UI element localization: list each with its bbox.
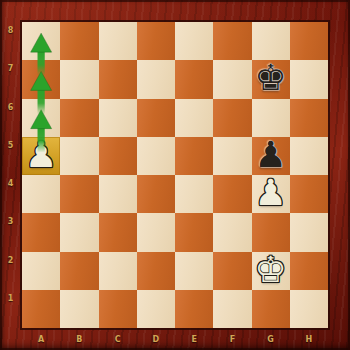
square-e4[interactable] [175,175,213,213]
square-e5[interactable] [175,137,213,175]
square-g1[interactable] [252,290,290,328]
square-g5[interactable]: ♟ [252,137,290,175]
square-h5[interactable] [290,137,328,175]
square-d4[interactable] [137,175,175,213]
chess-board-frame: ♚♟♟♟♚ 87654321ABCDEFGH [0,0,350,350]
file-label-e: E [175,333,213,346]
square-a4[interactable] [22,175,60,213]
square-a5[interactable]: ♟ [22,137,60,175]
square-h7[interactable] [290,60,328,98]
square-g3[interactable] [252,213,290,251]
square-c2[interactable] [99,252,137,290]
file-label-g: G [252,333,290,346]
square-c5[interactable] [99,137,137,175]
square-b5[interactable] [60,137,98,175]
square-c8[interactable] [99,22,137,60]
square-d6[interactable] [137,99,175,137]
square-b1[interactable] [60,290,98,328]
square-a3[interactable] [22,213,60,251]
square-a6[interactable] [22,99,60,137]
square-h4[interactable] [290,175,328,213]
rank-label-3: 3 [0,217,21,227]
square-a8[interactable] [22,22,60,60]
file-label-c: C [99,333,137,346]
square-h6[interactable] [290,99,328,137]
square-c6[interactable] [99,99,137,137]
square-g6[interactable] [252,99,290,137]
square-d5[interactable] [137,137,175,175]
square-c1[interactable] [99,290,137,328]
square-e3[interactable] [175,213,213,251]
piece-black-pawn-g5[interactable]: ♟ [254,137,286,173]
rank-label-7: 7 [0,64,21,74]
rank-label-4: 4 [0,179,21,189]
square-b6[interactable] [60,99,98,137]
piece-white-pawn-g4[interactable]: ♟ [254,175,286,211]
square-f4[interactable] [213,175,251,213]
rank-label-8: 8 [0,26,21,36]
piece-black-king-g7[interactable]: ♚ [254,60,286,96]
square-h3[interactable] [290,213,328,251]
square-e6[interactable] [175,99,213,137]
square-a1[interactable] [22,290,60,328]
square-f1[interactable] [213,290,251,328]
square-e2[interactable] [175,252,213,290]
square-g4[interactable]: ♟ [252,175,290,213]
square-g7[interactable]: ♚ [252,60,290,98]
square-b3[interactable] [60,213,98,251]
square-f7[interactable] [213,60,251,98]
file-label-f: F [213,333,251,346]
piece-white-king-g2[interactable]: ♚ [254,252,286,288]
file-label-a: A [22,333,60,346]
square-d3[interactable] [137,213,175,251]
piece-white-pawn-a5[interactable]: ♟ [25,137,57,173]
square-b2[interactable] [60,252,98,290]
square-h8[interactable] [290,22,328,60]
square-d7[interactable] [137,60,175,98]
square-g2[interactable]: ♚ [252,252,290,290]
square-c3[interactable] [99,213,137,251]
file-label-b: B [60,333,98,346]
square-d1[interactable] [137,290,175,328]
rank-label-2: 2 [0,256,21,266]
square-b4[interactable] [60,175,98,213]
square-b8[interactable] [60,22,98,60]
square-c4[interactable] [99,175,137,213]
rank-label-6: 6 [0,103,21,113]
square-a7[interactable] [22,60,60,98]
square-h1[interactable] [290,290,328,328]
square-f3[interactable] [213,213,251,251]
chess-board: ♚♟♟♟♚ [22,22,328,328]
file-label-h: H [290,333,328,346]
square-g8[interactable] [252,22,290,60]
rank-label-1: 1 [0,294,21,304]
square-c7[interactable] [99,60,137,98]
square-f8[interactable] [213,22,251,60]
square-b7[interactable] [60,60,98,98]
square-e1[interactable] [175,290,213,328]
square-d2[interactable] [137,252,175,290]
square-f5[interactable] [213,137,251,175]
file-label-d: D [137,333,175,346]
square-f2[interactable] [213,252,251,290]
square-f6[interactable] [213,99,251,137]
square-d8[interactable] [137,22,175,60]
square-e8[interactable] [175,22,213,60]
square-e7[interactable] [175,60,213,98]
rank-label-5: 5 [0,141,21,151]
square-h2[interactable] [290,252,328,290]
square-a2[interactable] [22,252,60,290]
